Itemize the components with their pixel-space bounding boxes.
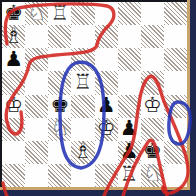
square-f8 bbox=[118, 2, 141, 25]
square-c1 bbox=[48, 164, 71, 187]
white-king-piece: ♚♔ bbox=[95, 118, 118, 141]
board-grid: ♚♞♘♜♖♝♗♟♜♖♚♔♚♟♚♔♞♘♚♔♟♝♗♟♚♜♖♞♘ bbox=[2, 2, 187, 187]
square-c6 bbox=[48, 48, 71, 71]
square-h4 bbox=[164, 95, 187, 118]
black-king-piece: ♚ bbox=[141, 141, 164, 164]
square-c8: ♜♖ bbox=[48, 2, 71, 25]
chess-board-diagram: ♚♞♘♜♖♝♗♟♜♖♚♔♚♟♚♔♞♘♚♔♟♝♗♟♚♜♖♞♘ bbox=[0, 0, 196, 196]
square-d2: ♝♗ bbox=[71, 141, 94, 164]
square-h3 bbox=[164, 118, 187, 141]
square-e5 bbox=[95, 71, 118, 94]
square-e3: ♚♔ bbox=[95, 118, 118, 141]
square-e2 bbox=[95, 141, 118, 164]
black-pawn-piece: ♟ bbox=[95, 95, 118, 118]
square-d7 bbox=[71, 25, 94, 48]
square-h2 bbox=[164, 141, 187, 164]
square-a5 bbox=[2, 71, 25, 94]
square-e7 bbox=[95, 25, 118, 48]
square-d5: ♜♖ bbox=[71, 71, 94, 94]
square-d4 bbox=[71, 95, 94, 118]
white-rook-piece: ♜♖ bbox=[71, 71, 94, 94]
white-knight-piece: ♞♘ bbox=[48, 118, 71, 141]
square-c5 bbox=[48, 71, 71, 94]
square-g6 bbox=[141, 48, 164, 71]
square-g8 bbox=[141, 2, 164, 25]
black-pawn-piece: ♟ bbox=[118, 118, 141, 141]
square-b3 bbox=[25, 118, 48, 141]
square-d3 bbox=[71, 118, 94, 141]
square-g3 bbox=[141, 118, 164, 141]
square-c2 bbox=[48, 141, 71, 164]
square-f2: ♟ bbox=[118, 141, 141, 164]
board-border-left bbox=[0, 0, 2, 196]
square-f7 bbox=[118, 25, 141, 48]
square-f3: ♟ bbox=[118, 118, 141, 141]
black-pawn-piece: ♟ bbox=[2, 48, 25, 71]
square-a4: ♚♔ bbox=[2, 95, 25, 118]
square-g2: ♚ bbox=[141, 141, 164, 164]
square-b8: ♞♘ bbox=[25, 2, 48, 25]
square-h1 bbox=[164, 164, 187, 187]
square-c3: ♞♘ bbox=[48, 118, 71, 141]
square-f1: ♜♖ bbox=[118, 164, 141, 187]
square-e1 bbox=[95, 164, 118, 187]
square-b2 bbox=[25, 141, 48, 164]
square-e6 bbox=[95, 48, 118, 71]
white-knight-piece: ♞♘ bbox=[25, 2, 48, 25]
board-border-right bbox=[190, 0, 196, 196]
square-h7 bbox=[164, 25, 187, 48]
square-h8 bbox=[164, 2, 187, 25]
square-a7: ♝♗ bbox=[2, 25, 25, 48]
square-e8 bbox=[95, 2, 118, 25]
square-f6 bbox=[118, 48, 141, 71]
white-bishop-piece: ♝♗ bbox=[2, 25, 25, 48]
white-knight-piece: ♞♘ bbox=[141, 164, 164, 187]
square-f4 bbox=[118, 95, 141, 118]
square-h5 bbox=[164, 71, 187, 94]
square-g1: ♞♘ bbox=[141, 164, 164, 187]
black-king-piece: ♚ bbox=[2, 2, 25, 25]
square-g7 bbox=[141, 25, 164, 48]
square-c7 bbox=[48, 25, 71, 48]
square-c4: ♚ bbox=[48, 95, 71, 118]
board-border-bottom bbox=[0, 190, 196, 196]
white-king-piece: ♚♔ bbox=[141, 95, 164, 118]
square-h6 bbox=[164, 48, 187, 71]
black-king-piece: ♚ bbox=[48, 95, 71, 118]
white-king-piece: ♚♔ bbox=[2, 95, 25, 118]
board-border-top bbox=[0, 0, 196, 2]
square-a2 bbox=[2, 141, 25, 164]
square-b1 bbox=[25, 164, 48, 187]
square-a6: ♟ bbox=[2, 48, 25, 71]
square-b6 bbox=[25, 48, 48, 71]
black-pawn-piece: ♟ bbox=[118, 141, 141, 164]
square-d6 bbox=[71, 48, 94, 71]
square-a3 bbox=[2, 118, 25, 141]
square-d8 bbox=[71, 2, 94, 25]
white-bishop-piece: ♝♗ bbox=[71, 141, 94, 164]
white-rook-piece: ♜♖ bbox=[118, 164, 141, 187]
square-b7 bbox=[25, 25, 48, 48]
square-b5 bbox=[25, 71, 48, 94]
square-a8: ♚ bbox=[2, 2, 25, 25]
square-g4: ♚♔ bbox=[141, 95, 164, 118]
square-d1 bbox=[71, 164, 94, 187]
square-g5 bbox=[141, 71, 164, 94]
square-b4 bbox=[25, 95, 48, 118]
square-a1 bbox=[2, 164, 25, 187]
white-rook-piece: ♜♖ bbox=[48, 2, 71, 25]
square-f5 bbox=[118, 71, 141, 94]
square-e4: ♟ bbox=[95, 95, 118, 118]
